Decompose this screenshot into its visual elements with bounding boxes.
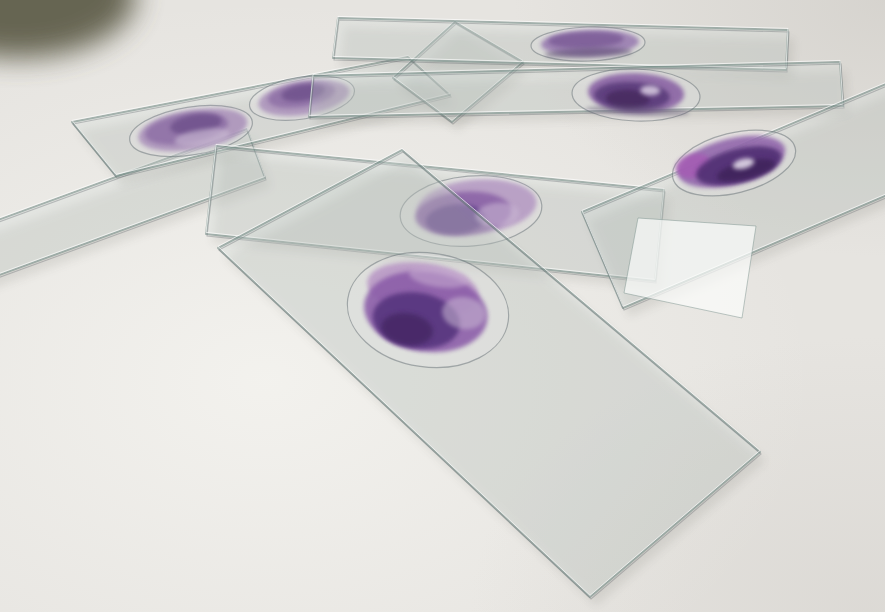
photo (0, 0, 885, 612)
photo-canvas (0, 0, 885, 612)
